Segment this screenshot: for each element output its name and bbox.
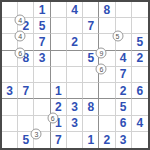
cell-r5c1[interactable] xyxy=(2,67,18,83)
intersection-clue-circle: 3 xyxy=(31,128,42,139)
cell-r8c1[interactable] xyxy=(2,116,18,132)
cell-r5c3[interactable] xyxy=(34,67,50,83)
cell-r5c5[interactable] xyxy=(67,67,83,83)
clue-circle-digit: 3 xyxy=(34,130,38,137)
cell-r4c9[interactable]: 2 xyxy=(132,51,148,67)
cell-r2c6[interactable]: 7 xyxy=(83,18,99,34)
cell-r6c4[interactable]: 1 xyxy=(51,83,67,99)
cell-r3c9[interactable]: 5 xyxy=(132,34,148,50)
cell-r6c2[interactable]: 7 xyxy=(18,83,34,99)
cell-r4c5[interactable] xyxy=(67,51,83,67)
cell-r8c8[interactable]: 6 xyxy=(116,116,132,132)
intersection-clue-circle: 4 xyxy=(15,15,26,26)
cell-r1c8[interactable] xyxy=(116,2,132,18)
cell-r6c3[interactable] xyxy=(34,83,50,99)
clue-circle-digit: 6 xyxy=(18,49,22,56)
intersection-clue-circle: 6 xyxy=(15,47,26,58)
cell-r1c5[interactable]: 4 xyxy=(67,2,83,18)
cell-r5c8[interactable]: 7 xyxy=(116,67,132,83)
cell-r7c9[interactable] xyxy=(132,99,148,115)
intersection-clue-circle: 6 xyxy=(47,112,58,123)
cell-r9c6[interactable]: 1 xyxy=(83,132,99,148)
cell-r1c7[interactable]: 8 xyxy=(99,2,115,18)
cell-r7c5[interactable]: 3 xyxy=(67,99,83,115)
cell-r3c4[interactable] xyxy=(51,34,67,50)
cell-r7c1[interactable] xyxy=(2,99,18,115)
cell-r8c5[interactable]: 3 xyxy=(67,116,83,132)
cell-r2c5[interactable] xyxy=(67,18,83,34)
cell-r9c1[interactable] xyxy=(2,132,18,148)
cell-r9c4[interactable]: 7 xyxy=(51,132,67,148)
cell-r6c6[interactable] xyxy=(83,83,99,99)
cell-r4c8[interactable]: 4 xyxy=(116,51,132,67)
cell-r5c4[interactable] xyxy=(51,67,67,83)
cell-r1c4[interactable] xyxy=(51,2,67,18)
clue-circle-digit: 4 xyxy=(18,17,22,24)
cell-r7c2[interactable] xyxy=(18,99,34,115)
intersection-clue-circle: 5 xyxy=(112,31,123,42)
cell-r6c8[interactable]: 2 xyxy=(116,83,132,99)
cell-r9c9[interactable] xyxy=(132,132,148,148)
clue-circle-digit: 9 xyxy=(99,49,103,56)
cell-r8c6[interactable] xyxy=(83,116,99,132)
cell-r7c8[interactable]: 5 xyxy=(116,99,132,115)
cell-r7c6[interactable]: 8 xyxy=(83,99,99,115)
cell-r6c1[interactable]: 3 xyxy=(2,83,18,99)
cell-r9c8[interactable]: 3 xyxy=(116,132,132,148)
cell-r1c9[interactable] xyxy=(132,2,148,18)
cell-r5c9[interactable] xyxy=(132,67,148,83)
cell-r6c7[interactable] xyxy=(99,83,115,99)
cell-r8c9[interactable]: 4 xyxy=(132,116,148,132)
cell-r1c6[interactable] xyxy=(83,2,99,18)
cell-r4c3[interactable]: 3 xyxy=(34,51,50,67)
cell-r2c4[interactable] xyxy=(51,18,67,34)
cell-r8c7[interactable] xyxy=(99,116,115,132)
cell-r9c5[interactable] xyxy=(67,132,83,148)
cell-r6c9[interactable]: 6 xyxy=(132,83,148,99)
clue-circle-digit: 4 xyxy=(18,33,22,40)
cell-r9c7[interactable]: 2 xyxy=(99,132,115,148)
intersection-clue-circle: 9 xyxy=(96,47,107,58)
cell-r6c5[interactable] xyxy=(67,83,83,99)
intersection-clue-circle: 4 xyxy=(15,31,26,42)
cell-r2c3[interactable]: 5 xyxy=(34,18,50,34)
sudoku-board: 148257725835427371262385136457123 446596… xyxy=(0,0,150,150)
cell-r5c2[interactable] xyxy=(18,67,34,83)
cell-r4c4[interactable] xyxy=(51,51,67,67)
clue-circle-digit: 5 xyxy=(116,33,120,40)
clue-circle-digit: 6 xyxy=(99,65,103,72)
cell-r2c9[interactable] xyxy=(132,18,148,34)
cell-r3c3[interactable]: 7 xyxy=(34,34,50,50)
cell-r3c5[interactable]: 2 xyxy=(67,34,83,50)
cell-r1c3[interactable]: 1 xyxy=(34,2,50,18)
intersection-clue-circle: 6 xyxy=(96,63,107,74)
clue-circle-digit: 6 xyxy=(51,114,55,121)
cell-r7c7[interactable] xyxy=(99,99,115,115)
